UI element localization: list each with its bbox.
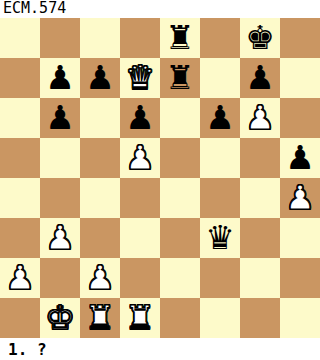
square-b7[interactable]: ♟ xyxy=(40,58,80,98)
square-e2[interactable] xyxy=(160,258,200,298)
square-b5[interactable] xyxy=(40,138,80,178)
square-a3[interactable] xyxy=(0,218,40,258)
square-f4[interactable] xyxy=(200,178,240,218)
square-g4[interactable] xyxy=(240,178,280,218)
square-a2[interactable]: ♟ xyxy=(0,258,40,298)
square-f1[interactable] xyxy=(200,298,240,338)
square-d4[interactable] xyxy=(120,178,160,218)
black-pawn-b6: ♟ xyxy=(45,98,75,138)
white-pawn-h4: ♟ xyxy=(285,178,315,218)
square-a5[interactable] xyxy=(0,138,40,178)
square-g7[interactable]: ♟ xyxy=(240,58,280,98)
black-king-g8: ♚ xyxy=(245,18,275,58)
square-f6[interactable]: ♟ xyxy=(200,98,240,138)
white-pawn-a2: ♟ xyxy=(5,258,35,298)
square-c3[interactable] xyxy=(80,218,120,258)
black-queen-f3: ♛ xyxy=(205,218,235,258)
black-rook-e8: ♜ xyxy=(165,18,195,58)
black-pawn-d6: ♟ xyxy=(125,98,155,138)
square-c5[interactable] xyxy=(80,138,120,178)
square-c8[interactable] xyxy=(80,18,120,58)
square-d2[interactable] xyxy=(120,258,160,298)
square-e7[interactable]: ♜ xyxy=(160,58,200,98)
white-pawn-c2: ♟ xyxy=(85,258,115,298)
square-c6[interactable] xyxy=(80,98,120,138)
square-g5[interactable] xyxy=(240,138,280,178)
white-queen-d7: ♛ xyxy=(125,58,155,98)
square-g2[interactable] xyxy=(240,258,280,298)
black-pawn-f6: ♟ xyxy=(205,98,235,138)
square-e6[interactable] xyxy=(160,98,200,138)
square-a7[interactable] xyxy=(0,58,40,98)
square-b6[interactable]: ♟ xyxy=(40,98,80,138)
square-h3[interactable] xyxy=(280,218,320,258)
square-a8[interactable] xyxy=(0,18,40,58)
square-e3[interactable] xyxy=(160,218,200,258)
white-pawn-g6: ♟ xyxy=(245,98,275,138)
square-h7[interactable] xyxy=(280,58,320,98)
square-f3[interactable]: ♛ xyxy=(200,218,240,258)
square-c4[interactable] xyxy=(80,178,120,218)
square-g6[interactable]: ♟ xyxy=(240,98,280,138)
square-d8[interactable] xyxy=(120,18,160,58)
position-title: ECM.574 xyxy=(0,0,320,18)
square-e1[interactable] xyxy=(160,298,200,338)
square-d7[interactable]: ♛ xyxy=(120,58,160,98)
black-rook-e7: ♜ xyxy=(165,58,195,98)
square-h1[interactable] xyxy=(280,298,320,338)
square-d3[interactable] xyxy=(120,218,160,258)
square-h4[interactable]: ♟ xyxy=(280,178,320,218)
square-e4[interactable] xyxy=(160,178,200,218)
square-f7[interactable] xyxy=(200,58,240,98)
square-d5[interactable]: ♟ xyxy=(120,138,160,178)
square-h6[interactable] xyxy=(280,98,320,138)
move-prompt: 1. ? xyxy=(0,338,320,360)
square-b8[interactable] xyxy=(40,18,80,58)
square-b4[interactable] xyxy=(40,178,80,218)
square-h8[interactable] xyxy=(280,18,320,58)
square-a4[interactable] xyxy=(0,178,40,218)
square-b3[interactable]: ♟ xyxy=(40,218,80,258)
square-c2[interactable]: ♟ xyxy=(80,258,120,298)
white-king-b1: ♚ xyxy=(45,298,75,338)
square-f8[interactable] xyxy=(200,18,240,58)
square-a6[interactable] xyxy=(0,98,40,138)
black-pawn-h5: ♟ xyxy=(285,138,315,178)
chess-board: ♜♚♟♟♛♜♟♟♟♟♟♟♟♟♟♛♟♟♚♜♜ xyxy=(0,18,320,338)
square-g8[interactable]: ♚ xyxy=(240,18,280,58)
white-pawn-b3: ♟ xyxy=(45,218,75,258)
square-g3[interactable] xyxy=(240,218,280,258)
white-rook-c1: ♜ xyxy=(85,298,115,338)
square-d6[interactable]: ♟ xyxy=(120,98,160,138)
black-pawn-g7: ♟ xyxy=(245,58,275,98)
square-b2[interactable] xyxy=(40,258,80,298)
square-c1[interactable]: ♜ xyxy=(80,298,120,338)
square-b1[interactable]: ♚ xyxy=(40,298,80,338)
square-e5[interactable] xyxy=(160,138,200,178)
square-c7[interactable]: ♟ xyxy=(80,58,120,98)
black-pawn-c7: ♟ xyxy=(85,58,115,98)
square-a1[interactable] xyxy=(0,298,40,338)
black-pawn-b7: ♟ xyxy=(45,58,75,98)
white-rook-d1: ♜ xyxy=(125,298,155,338)
square-d1[interactable]: ♜ xyxy=(120,298,160,338)
chess-program-window: ECM.574 ♜♚♟♟♛♜♟♟♟♟♟♟♟♟♟♛♟♟♚♜♜ 1. ? xyxy=(0,0,320,360)
square-g1[interactable] xyxy=(240,298,280,338)
square-e8[interactable]: ♜ xyxy=(160,18,200,58)
square-f2[interactable] xyxy=(200,258,240,298)
square-h5[interactable]: ♟ xyxy=(280,138,320,178)
white-pawn-d5: ♟ xyxy=(125,138,155,178)
square-f5[interactable] xyxy=(200,138,240,178)
square-h2[interactable] xyxy=(280,258,320,298)
